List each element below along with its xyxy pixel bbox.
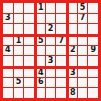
cell-r7c2[interactable] [14, 67, 24, 77]
cell-r1c7[interactable] [67, 3, 77, 13]
given-digit-r1c4[interactable]: 1 [35, 3, 45, 13]
cell-r4c9[interactable] [88, 35, 98, 45]
cell-r4c7[interactable] [67, 35, 77, 45]
cell-r8c1[interactable] [3, 78, 13, 88]
given-digit-r4c6[interactable]: 7 [56, 35, 66, 45]
cell-r2c7[interactable] [67, 14, 77, 24]
cell-r8c3[interactable] [24, 78, 34, 88]
cell-r9c8[interactable] [78, 88, 88, 98]
cell-r1c6[interactable] [56, 3, 66, 13]
cell-r8c7[interactable] [67, 78, 77, 88]
given-digit-r9c7[interactable]: 8 [67, 88, 77, 98]
given-digit-r7c4[interactable]: 4 [35, 67, 45, 77]
cell-r3c6[interactable] [56, 24, 66, 34]
cell-r3c8[interactable] [78, 24, 88, 34]
cell-r8c5[interactable] [46, 78, 56, 88]
cell-r9c5[interactable] [46, 88, 56, 98]
cell-r1c9[interactable] [88, 3, 98, 13]
cell-r6c6[interactable] [56, 56, 66, 66]
cell-r6c3[interactable] [24, 56, 34, 66]
given-digit-r5c1[interactable]: 4 [3, 46, 13, 56]
given-digit-r1c8[interactable]: 5 [78, 3, 88, 13]
given-digit-r7c7[interactable]: 3 [67, 67, 77, 77]
cell-r5c2[interactable] [14, 46, 24, 56]
given-digit-r5c9[interactable]: 9 [88, 46, 98, 56]
cell-r2c4[interactable] [35, 14, 45, 24]
cell-r1c2[interactable] [14, 3, 24, 13]
cell-r3c9[interactable] [88, 24, 98, 34]
cell-r7c3[interactable] [24, 67, 34, 77]
given-digit-r8c4[interactable]: 6 [35, 78, 45, 88]
cell-r6c7[interactable] [67, 56, 77, 66]
sudoku-board: 15372157429343568 [0, 0, 101, 101]
cell-r8c8[interactable] [78, 78, 88, 88]
cell-r2c2[interactable] [14, 14, 24, 24]
cell-r6c9[interactable] [88, 56, 98, 66]
cell-r8c6[interactable] [56, 78, 66, 88]
cell-r2c3[interactable] [24, 14, 34, 24]
cell-r9c9[interactable] [88, 88, 98, 98]
cell-r3c3[interactable] [24, 24, 34, 34]
cell-r5c8[interactable] [78, 46, 88, 56]
cell-r1c5[interactable] [46, 3, 56, 13]
cell-r2c5[interactable] [46, 14, 56, 24]
cell-r4c8[interactable] [78, 35, 88, 45]
cell-r4c1[interactable] [3, 35, 13, 45]
cell-r7c5[interactable] [46, 67, 56, 77]
cell-r4c5[interactable] [46, 35, 56, 45]
given-digit-r6c5[interactable]: 3 [46, 56, 56, 66]
cell-r2c9[interactable] [88, 14, 98, 24]
cell-r3c1[interactable] [3, 24, 13, 34]
given-digit-r5c7[interactable]: 2 [67, 46, 77, 56]
cell-r3c4[interactable] [35, 24, 45, 34]
cell-r7c6[interactable] [56, 67, 66, 77]
given-digit-r4c2[interactable]: 1 [14, 35, 24, 45]
cell-r5c3[interactable] [24, 46, 34, 56]
cell-r8c9[interactable] [88, 78, 98, 88]
cell-r6c2[interactable] [14, 56, 24, 66]
cell-r5c6[interactable] [56, 46, 66, 56]
given-digit-r2c1[interactable]: 3 [3, 14, 13, 24]
given-digit-r2c8[interactable]: 7 [78, 14, 88, 24]
cell-r9c1[interactable] [3, 88, 13, 98]
cell-r1c3[interactable] [24, 3, 34, 13]
cell-r7c8[interactable] [78, 67, 88, 77]
given-digit-r4c4[interactable]: 5 [35, 35, 45, 45]
cell-r9c3[interactable] [24, 88, 34, 98]
cell-r5c5[interactable] [46, 46, 56, 56]
cell-r9c6[interactable] [56, 88, 66, 98]
cell-r4c3[interactable] [24, 35, 34, 45]
cell-r3c2[interactable] [14, 24, 24, 34]
cell-r9c4[interactable] [35, 88, 45, 98]
given-digit-r3c5[interactable]: 2 [46, 24, 56, 34]
cell-r5c4[interactable] [35, 46, 45, 56]
cell-r3c7[interactable] [67, 24, 77, 34]
cell-r6c1[interactable] [3, 56, 13, 66]
cell-r7c1[interactable] [3, 67, 13, 77]
cell-r2c6[interactable] [56, 14, 66, 24]
given-digit-r8c2[interactable]: 5 [14, 78, 24, 88]
cell-r1c1[interactable] [3, 3, 13, 13]
cell-r6c8[interactable] [78, 56, 88, 66]
cell-r9c2[interactable] [14, 88, 24, 98]
cell-r7c9[interactable] [88, 67, 98, 77]
cell-r6c4[interactable] [35, 56, 45, 66]
